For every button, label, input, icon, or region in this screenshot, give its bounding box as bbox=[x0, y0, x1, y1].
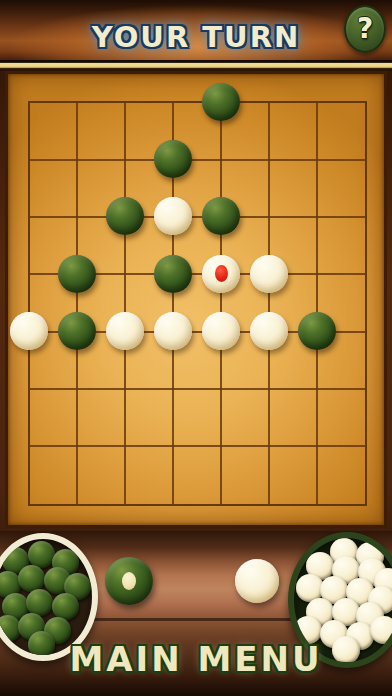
white-stone bbox=[250, 255, 288, 293]
green-stone bbox=[58, 312, 96, 350]
last-move-marker bbox=[215, 265, 228, 282]
grid-line bbox=[268, 103, 270, 504]
green-stone bbox=[154, 255, 192, 293]
main-menu-button[interactable]: MAIN MENU bbox=[0, 639, 392, 679]
help-button[interactable]: ? bbox=[344, 5, 386, 53]
tray-area: MAIN MENU bbox=[0, 531, 392, 696]
turn-status: YOUR TURN bbox=[0, 20, 392, 54]
white-stone bbox=[202, 312, 240, 350]
grid-line bbox=[124, 103, 126, 504]
grid-line bbox=[30, 388, 365, 390]
grid-line bbox=[220, 103, 222, 504]
grid-line bbox=[30, 445, 365, 447]
green-stone bbox=[52, 593, 79, 620]
grid-line bbox=[30, 216, 365, 218]
green-stone bbox=[58, 255, 96, 293]
opponent-indicator-white-stone bbox=[235, 559, 279, 603]
green-stone bbox=[106, 197, 144, 235]
green-stone bbox=[202, 83, 240, 121]
grid-line bbox=[30, 159, 365, 161]
white-stone bbox=[154, 312, 192, 350]
grid-line bbox=[76, 103, 78, 504]
board-grid bbox=[28, 101, 367, 506]
green-stone bbox=[18, 565, 45, 592]
green-stone bbox=[26, 589, 53, 616]
green-stone bbox=[154, 140, 192, 178]
player-indicator-green-stone bbox=[105, 557, 153, 605]
indicator-dot bbox=[122, 572, 136, 590]
white-stone bbox=[106, 312, 144, 350]
white-stone bbox=[154, 197, 192, 235]
header-divider bbox=[0, 60, 392, 71]
green-stone bbox=[28, 541, 55, 568]
game-screen: YOUR TURN ? MAIN MENU bbox=[0, 0, 392, 696]
white-stone bbox=[202, 255, 240, 293]
white-stone bbox=[10, 312, 48, 350]
gomoku-board[interactable] bbox=[0, 71, 392, 531]
header-bar: YOUR TURN ? bbox=[0, 0, 392, 60]
grid-line bbox=[316, 103, 318, 504]
question-mark-icon: ? bbox=[357, 12, 373, 45]
